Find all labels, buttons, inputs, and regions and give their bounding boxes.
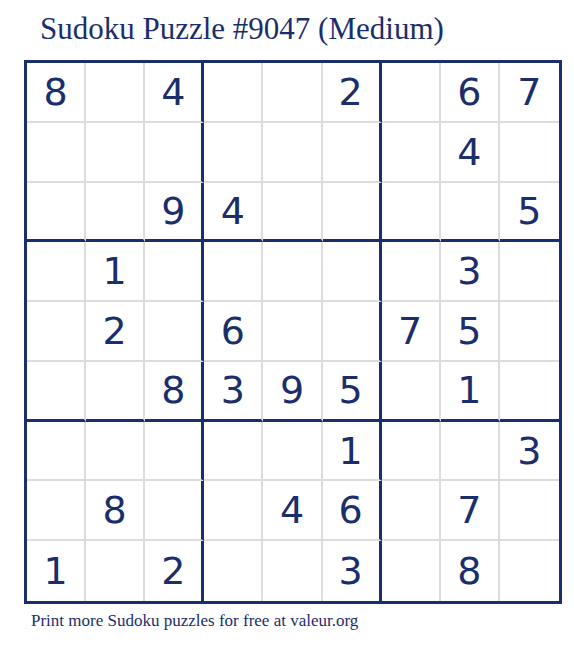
cell-r1c6-given: 2 — [323, 63, 382, 123]
cell-r5c1-empty[interactable] — [27, 302, 86, 362]
cell-r4c4-empty[interactable] — [204, 242, 263, 302]
cell-r4c9-empty[interactable] — [500, 242, 559, 302]
cell-r3c4-given: 4 — [204, 183, 263, 243]
cell-r9c7-empty[interactable] — [382, 541, 441, 601]
cell-r4c5-empty[interactable] — [263, 242, 322, 302]
cell-r5c9-empty[interactable] — [500, 302, 559, 362]
cell-r9c5-empty[interactable] — [263, 541, 322, 601]
cell-r2c6-empty[interactable] — [323, 123, 382, 183]
cell-r7c3-empty[interactable] — [145, 422, 204, 482]
cell-r1c9-given: 7 — [500, 63, 559, 123]
cell-r6c9-empty[interactable] — [500, 362, 559, 422]
cell-r1c3-given: 4 — [145, 63, 204, 123]
cell-r7c5-empty[interactable] — [263, 422, 322, 482]
cell-r6c8-given: 1 — [441, 362, 500, 422]
cell-r8c5-given: 4 — [263, 481, 322, 541]
footer-credit: Print more Sudoku puzzles for free at va… — [31, 611, 358, 631]
cell-r7c8-empty[interactable] — [441, 422, 500, 482]
cell-r4c3-empty[interactable] — [145, 242, 204, 302]
cell-r2c3-empty[interactable] — [145, 123, 204, 183]
cell-r1c5-empty[interactable] — [263, 63, 322, 123]
cell-r6c4-given: 3 — [204, 362, 263, 422]
cell-r2c1-empty[interactable] — [27, 123, 86, 183]
cell-r8c2-given: 8 — [86, 481, 145, 541]
cell-r9c4-empty[interactable] — [204, 541, 263, 601]
cell-r5c2-given: 2 — [86, 302, 145, 362]
cell-r7c9-given: 3 — [500, 422, 559, 482]
cell-r9c6-given: 3 — [323, 541, 382, 601]
cell-r1c1-given: 8 — [27, 63, 86, 123]
cell-r7c6-given: 1 — [323, 422, 382, 482]
cell-r5c7-given: 7 — [382, 302, 441, 362]
sudoku-page: Sudoku Puzzle #9047 (Medium) 84267494513… — [0, 0, 574, 651]
cell-r3c9-given: 5 — [500, 183, 559, 243]
cell-r3c2-empty[interactable] — [86, 183, 145, 243]
cell-r9c1-given: 1 — [27, 541, 86, 601]
cell-r7c7-empty[interactable] — [382, 422, 441, 482]
page-title: Sudoku Puzzle #9047 (Medium) — [40, 12, 444, 46]
sudoku-board: 842674945132675839511384671238 — [24, 60, 562, 604]
cell-r4c2-given: 1 — [86, 242, 145, 302]
cell-r1c2-empty[interactable] — [86, 63, 145, 123]
cell-r3c5-empty[interactable] — [263, 183, 322, 243]
cell-r2c7-empty[interactable] — [382, 123, 441, 183]
cell-r4c8-given: 3 — [441, 242, 500, 302]
cell-r8c4-empty[interactable] — [204, 481, 263, 541]
cell-r5c6-empty[interactable] — [323, 302, 382, 362]
cell-r3c3-given: 9 — [145, 183, 204, 243]
cell-r6c2-empty[interactable] — [86, 362, 145, 422]
cell-r6c7-empty[interactable] — [382, 362, 441, 422]
cell-r8c1-empty[interactable] — [27, 481, 86, 541]
cell-r7c4-empty[interactable] — [204, 422, 263, 482]
cell-r8c7-empty[interactable] — [382, 481, 441, 541]
cell-r4c6-empty[interactable] — [323, 242, 382, 302]
cell-r5c3-empty[interactable] — [145, 302, 204, 362]
cell-r8c3-empty[interactable] — [145, 481, 204, 541]
cell-r6c3-given: 8 — [145, 362, 204, 422]
cell-r3c6-empty[interactable] — [323, 183, 382, 243]
cell-r3c1-empty[interactable] — [27, 183, 86, 243]
cell-r9c2-empty[interactable] — [86, 541, 145, 601]
cell-r5c5-empty[interactable] — [263, 302, 322, 362]
cell-r1c7-empty[interactable] — [382, 63, 441, 123]
cell-r1c8-given: 6 — [441, 63, 500, 123]
cell-r8c9-empty[interactable] — [500, 481, 559, 541]
cell-r9c9-empty[interactable] — [500, 541, 559, 601]
cell-r4c7-empty[interactable] — [382, 242, 441, 302]
cell-r8c6-given: 6 — [323, 481, 382, 541]
cell-r6c5-given: 9 — [263, 362, 322, 422]
cell-r2c9-empty[interactable] — [500, 123, 559, 183]
cell-r4c1-empty[interactable] — [27, 242, 86, 302]
cell-r2c8-given: 4 — [441, 123, 500, 183]
cell-r2c2-empty[interactable] — [86, 123, 145, 183]
cell-r3c7-empty[interactable] — [382, 183, 441, 243]
cell-r6c1-empty[interactable] — [27, 362, 86, 422]
cell-r7c2-empty[interactable] — [86, 422, 145, 482]
cell-r9c8-given: 8 — [441, 541, 500, 601]
cell-r2c5-empty[interactable] — [263, 123, 322, 183]
cell-r9c3-given: 2 — [145, 541, 204, 601]
cell-r2c4-empty[interactable] — [204, 123, 263, 183]
cell-r3c8-empty[interactable] — [441, 183, 500, 243]
cell-r6c6-given: 5 — [323, 362, 382, 422]
cell-r8c8-given: 7 — [441, 481, 500, 541]
cell-r5c4-given: 6 — [204, 302, 263, 362]
cell-r5c8-given: 5 — [441, 302, 500, 362]
cell-r7c1-empty[interactable] — [27, 422, 86, 482]
cell-r1c4-empty[interactable] — [204, 63, 263, 123]
